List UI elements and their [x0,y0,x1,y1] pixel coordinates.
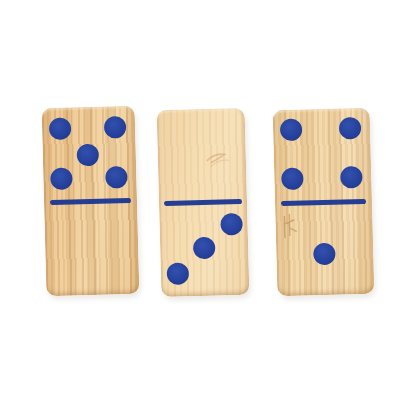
domino-tile-0-3[interactable] [157,108,250,297]
domino-half-bottom [159,201,249,297]
domino-half-top [157,108,247,204]
pip [193,237,216,260]
domino-half-bottom [275,201,374,297]
pip [50,168,73,191]
pip [280,118,303,141]
pip [338,117,361,140]
pip [76,144,99,167]
pip [313,243,336,266]
pip [166,262,189,285]
pip [340,166,363,189]
domino-half-top [273,108,372,204]
pip [106,166,129,189]
pip [220,213,243,236]
pip [48,117,71,140]
pip [282,167,305,190]
domino-tile-5-0[interactable] [42,106,140,296]
domino-tile-4-1[interactable] [273,108,375,296]
domino-half-top [42,106,137,202]
domino-scene [0,0,416,416]
domino-half-bottom [44,200,139,296]
pip [104,116,127,139]
